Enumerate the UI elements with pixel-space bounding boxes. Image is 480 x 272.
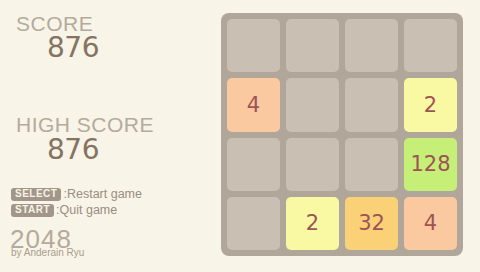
quit-action-label: :Quit game [56,204,117,217]
empty-cell-r3c2 [286,138,339,191]
empty-cell-r3c3 [345,138,398,191]
tile-2-r4c2: 2 [286,197,339,250]
empty-cell-r3c1 [227,138,280,191]
empty-cell-r1c1 [227,19,280,72]
empty-cell-r1c2 [286,19,339,72]
empty-cell-r1c4 [404,19,457,72]
tile-128-r3c4: 128 [404,138,457,191]
start-button-badge: START [11,204,54,217]
control-quit: START :Quit game [11,204,117,217]
score-value: 876 [47,31,99,64]
control-restart: SELECT :Restart game [11,188,142,201]
restart-action-label: :Restart game [63,188,142,201]
author-byline: by Anderain Ryu [11,247,84,258]
tile-2-r2c4: 2 [404,78,457,131]
tile-4-r2c1: 4 [227,78,280,131]
tile-32-r4c3: 32 [345,197,398,250]
empty-cell-r2c2 [286,78,339,131]
empty-cell-r4c1 [227,197,280,250]
tile-4-r4c4: 4 [404,197,457,250]
select-button-badge: SELECT [11,188,61,201]
high-score-value: 876 [47,133,99,166]
board-2048[interactable]: 421282324 [221,13,463,256]
empty-cell-r1c3 [345,19,398,72]
empty-cell-r2c3 [345,78,398,131]
